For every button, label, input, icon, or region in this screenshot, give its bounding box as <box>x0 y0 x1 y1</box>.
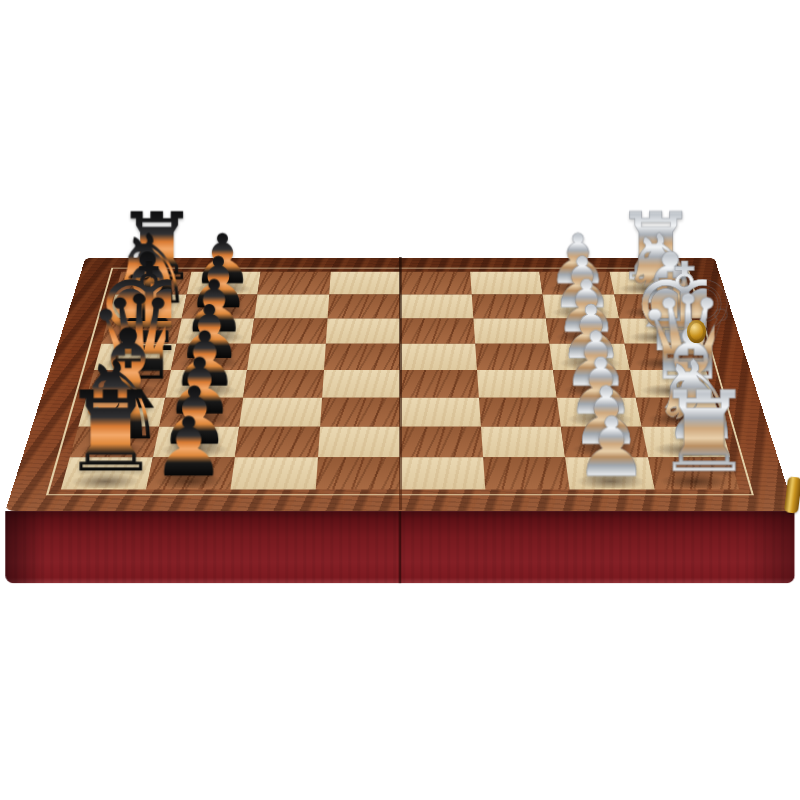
product-photo-scene: ♜♟♟♜♞♟♟♞♝♟♟♝♚♟♟♚♛♟♟♛♝♟♟♝♞♟♟♞♜♟♟♜ <box>0 0 800 800</box>
square-b4[interactable] <box>400 427 483 458</box>
brass-latch <box>784 476 800 513</box>
square-b6[interactable] <box>235 427 320 458</box>
square-c3[interactable] <box>478 398 560 427</box>
square-g4[interactable] <box>400 295 473 319</box>
square-a6[interactable] <box>230 457 317 489</box>
square-g3[interactable] <box>471 295 546 319</box>
square-a5[interactable] <box>315 457 400 489</box>
square-a8[interactable]: ♜ <box>61 457 152 489</box>
square-f5[interactable] <box>325 319 400 344</box>
brass-hinge <box>687 320 706 343</box>
square-g5[interactable] <box>327 295 400 319</box>
square-h4[interactable] <box>400 272 471 295</box>
square-b3[interactable] <box>480 427 565 458</box>
square-e6[interactable] <box>247 344 325 370</box>
square-a2[interactable]: ♟ <box>565 457 654 489</box>
square-d5[interactable] <box>322 370 400 398</box>
square-f6[interactable] <box>251 319 327 344</box>
square-d4[interactable] <box>400 370 478 398</box>
square-b5[interactable] <box>317 427 400 458</box>
square-h3[interactable] <box>470 272 543 295</box>
square-f3[interactable] <box>473 319 549 344</box>
board-front-edge <box>5 511 794 583</box>
black-rook-a8[interactable]: ♜ <box>61 378 146 489</box>
white-rook-a1[interactable]: ♜ <box>654 378 739 489</box>
white-pawn-a2[interactable]: ♟ <box>569 406 654 488</box>
square-c5[interactable] <box>320 398 400 427</box>
square-h5[interactable] <box>329 272 400 295</box>
square-d3[interactable] <box>477 370 557 398</box>
square-c6[interactable] <box>239 398 321 427</box>
square-e4[interactable] <box>400 344 477 370</box>
square-a1[interactable]: ♜ <box>648 457 739 489</box>
square-e5[interactable] <box>324 344 401 370</box>
black-pawn-a7[interactable]: ♟ <box>146 406 231 488</box>
board-grid: ♜♟♟♜♞♟♟♞♝♟♟♝♚♟♟♚♛♟♟♛♝♟♟♝♞♟♟♞♜♟♟♜ <box>61 272 739 490</box>
square-e3[interactable] <box>475 344 553 370</box>
square-a4[interactable] <box>400 457 485 489</box>
chess-board: ♜♟♟♜♞♟♟♞♝♟♟♝♚♟♟♚♛♟♟♛♝♟♟♝♞♟♟♞♜♟♟♜ <box>5 258 794 511</box>
square-c4[interactable] <box>400 398 480 427</box>
square-a7[interactable]: ♟ <box>146 457 235 489</box>
fold-seam-front <box>399 511 401 583</box>
square-g6[interactable] <box>254 295 329 319</box>
square-h6[interactable] <box>257 272 330 295</box>
square-d6[interactable] <box>243 370 323 398</box>
square-f4[interactable] <box>400 319 475 344</box>
square-a3[interactable] <box>483 457 570 489</box>
